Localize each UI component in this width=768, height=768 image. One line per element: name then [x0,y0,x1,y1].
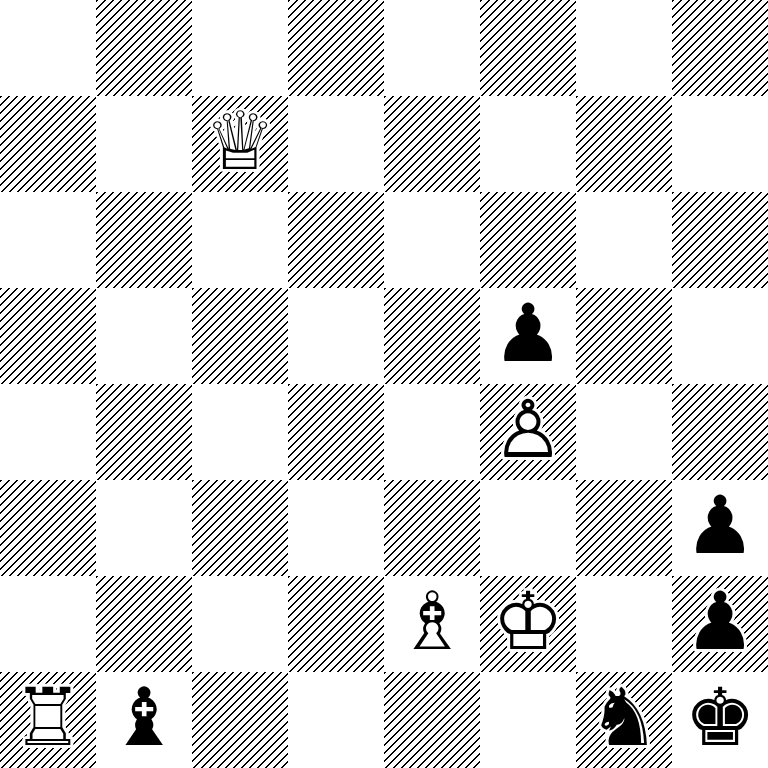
square-c5[interactable] [192,288,288,384]
square-a1[interactable]: ♜♖ [0,672,96,768]
black-pawn-icon: ♟ [684,582,756,662]
piece-black-pawn: ♟♟ [480,288,576,384]
square-b6[interactable] [96,192,192,288]
square-c4[interactable] [192,384,288,480]
piece-black-bishop: ♝♝ [96,672,192,768]
square-d4[interactable] [288,384,384,480]
square-a4[interactable] [0,384,96,480]
square-d7[interactable] [288,96,384,192]
black-king-icon: ♚ [684,678,756,758]
square-g6[interactable] [576,192,672,288]
square-g8[interactable] [576,0,672,96]
square-d1[interactable] [288,672,384,768]
square-c6[interactable] [192,192,288,288]
square-e4[interactable] [384,384,480,480]
square-e7[interactable] [384,96,480,192]
square-f6[interactable] [480,192,576,288]
square-g1[interactable]: ♞♞ [576,672,672,768]
square-g2[interactable] [576,576,672,672]
black-pawn-icon: ♟ [492,294,564,374]
square-e5[interactable] [384,288,480,384]
square-h2[interactable]: ♟♟ [672,576,768,672]
square-g3[interactable] [576,480,672,576]
black-pawn-icon: ♟ [684,486,756,566]
square-f1[interactable] [480,672,576,768]
square-a5[interactable] [0,288,96,384]
square-h3[interactable]: ♟♟ [672,480,768,576]
square-f2[interactable]: ♚♔ [480,576,576,672]
square-c1[interactable] [192,672,288,768]
piece-black-pawn: ♟♟ [672,576,768,672]
chess-board: ♛♕♟♟♟♙♟♟♝♗♚♔♟♟♜♖♝♝♞♞♚♚ [0,0,768,768]
square-a2[interactable] [0,576,96,672]
square-c3[interactable] [192,480,288,576]
square-d8[interactable] [288,0,384,96]
square-d6[interactable] [288,192,384,288]
white-king-icon: ♔ [492,582,564,662]
square-h6[interactable] [672,192,768,288]
square-e2[interactable]: ♝♗ [384,576,480,672]
square-b4[interactable] [96,384,192,480]
square-f7[interactable] [480,96,576,192]
square-g7[interactable] [576,96,672,192]
piece-white-king: ♚♔ [480,576,576,672]
square-f4[interactable]: ♟♙ [480,384,576,480]
square-d5[interactable] [288,288,384,384]
black-bishop-icon: ♝ [108,678,180,758]
square-f5[interactable]: ♟♟ [480,288,576,384]
square-e3[interactable] [384,480,480,576]
square-c7[interactable]: ♛♕ [192,96,288,192]
square-h8[interactable] [672,0,768,96]
square-h7[interactable] [672,96,768,192]
white-bishop-icon: ♗ [396,582,468,662]
square-f3[interactable] [480,480,576,576]
piece-black-knight: ♞♞ [576,672,672,768]
piece-white-pawn: ♟♙ [480,384,576,480]
square-h4[interactable] [672,384,768,480]
square-a8[interactable] [0,0,96,96]
square-a6[interactable] [0,192,96,288]
square-f8[interactable] [480,0,576,96]
black-knight-icon: ♞ [588,678,660,758]
square-b2[interactable] [96,576,192,672]
square-a7[interactable] [0,96,96,192]
square-h5[interactable] [672,288,768,384]
square-b1[interactable]: ♝♝ [96,672,192,768]
white-pawn-icon: ♙ [492,390,564,470]
square-g4[interactable] [576,384,672,480]
white-rook-icon: ♖ [12,678,84,758]
square-e6[interactable] [384,192,480,288]
piece-black-king: ♚♚ [672,672,768,768]
piece-white-bishop: ♝♗ [384,576,480,672]
piece-white-queen: ♛♕ [192,96,288,192]
square-g5[interactable] [576,288,672,384]
square-e1[interactable] [384,672,480,768]
square-a3[interactable] [0,480,96,576]
square-c2[interactable] [192,576,288,672]
square-b8[interactable] [96,0,192,96]
white-queen-icon: ♕ [204,102,276,182]
piece-black-pawn: ♟♟ [672,480,768,576]
square-c8[interactable] [192,0,288,96]
square-d3[interactable] [288,480,384,576]
square-b5[interactable] [96,288,192,384]
square-e8[interactable] [384,0,480,96]
square-d2[interactable] [288,576,384,672]
piece-white-rook: ♜♖ [0,672,96,768]
square-b3[interactable] [96,480,192,576]
square-b7[interactable] [96,96,192,192]
square-h1[interactable]: ♚♚ [672,672,768,768]
